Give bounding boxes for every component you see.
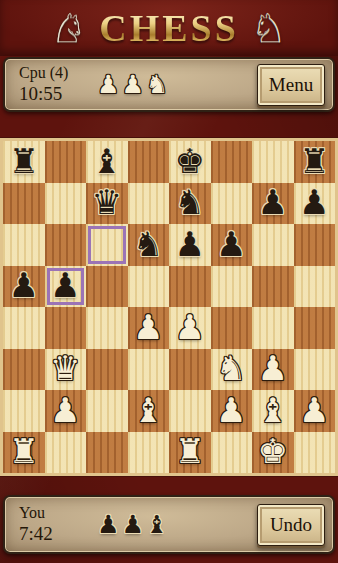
square-c4[interactable] [86,307,128,349]
square-g6[interactable] [252,224,294,266]
black-pawn: ♟ [50,268,80,302]
knight-logo-left-icon: ♘ [51,8,87,48]
square-d1[interactable] [128,432,170,474]
captured-black-pawn: ♟ [121,512,143,537]
white-pawn: ♟ [50,393,80,427]
square-e3[interactable] [169,349,211,391]
square-e6[interactable]: ♟ [169,224,211,266]
square-a3[interactable] [3,349,45,391]
square-e8[interactable]: ♚ [169,141,211,183]
square-g1[interactable]: ♚ [252,432,294,474]
square-h4[interactable] [294,307,336,349]
black-rook: ♜ [9,144,39,178]
knight-logo-right-icon: ♘ [251,8,287,48]
square-g4[interactable] [252,307,294,349]
square-e4[interactable]: ♟ [169,307,211,349]
you-captured-tray: ♟♟♝ [97,512,168,537]
square-a6[interactable] [3,224,45,266]
square-c7[interactable]: ♛ [86,183,128,225]
captured-white-knight: ♞ [146,72,168,97]
square-b7[interactable] [45,183,87,225]
white-knight: ♞ [216,351,246,385]
black-knight: ♞ [133,227,163,261]
square-f2[interactable]: ♟ [211,390,253,432]
you-player-bar: You 7:42 ♟♟♝ Undo [3,495,335,554]
black-pawn: ♟ [9,268,39,302]
square-g3[interactable]: ♟ [252,349,294,391]
square-b6[interactable] [45,224,87,266]
square-f7[interactable] [211,183,253,225]
square-f8[interactable] [211,141,253,183]
square-a4[interactable] [3,307,45,349]
square-b4[interactable] [45,307,87,349]
square-b3[interactable]: ♛ [45,349,87,391]
square-f4[interactable] [211,307,253,349]
square-f5[interactable] [211,266,253,308]
square-g8[interactable] [252,141,294,183]
white-bishop: ♝ [133,393,163,427]
black-pawn: ♟ [175,227,205,261]
square-h7[interactable]: ♟ [294,183,336,225]
square-d3[interactable] [128,349,170,391]
square-a2[interactable] [3,390,45,432]
square-c8[interactable]: ♝ [86,141,128,183]
captured-white-pawn: ♟ [121,72,143,97]
black-rook: ♜ [299,144,329,178]
square-h8[interactable]: ♜ [294,141,336,183]
square-h5[interactable] [294,266,336,308]
square-f3[interactable]: ♞ [211,349,253,391]
chess-board-grid: ♜♝♚♜♛♞♟♟♞♟♟♟♟♟♟♛♞♟♟♝♟♝♟♜♜♚ [3,141,335,473]
square-d4[interactable]: ♟ [128,307,170,349]
square-g5[interactable] [252,266,294,308]
square-d7[interactable] [128,183,170,225]
white-king: ♚ [258,434,288,468]
square-a1[interactable]: ♜ [3,432,45,474]
white-bishop: ♝ [258,393,288,427]
square-h2[interactable]: ♟ [294,390,336,432]
square-b1[interactable] [45,432,87,474]
square-d5[interactable] [128,266,170,308]
square-e1[interactable]: ♜ [169,432,211,474]
white-pawn: ♟ [258,351,288,385]
square-c6[interactable] [86,224,128,266]
chess-board: ♜♝♚♜♛♞♟♟♞♟♟♟♟♟♟♛♞♟♟♝♟♝♟♜♜♚ [0,138,338,476]
page-title: CHESS [99,9,239,47]
square-c1[interactable] [86,432,128,474]
chess-app: ♘ CHESS ♘ Cpu (4) 10:55 ♟♟♞ Menu ♜♝♚♜♛♞♟… [0,0,338,563]
square-a8[interactable]: ♜ [3,141,45,183]
cpu-clock: 10:55 [19,83,89,105]
square-d6[interactable]: ♞ [128,224,170,266]
square-c3[interactable] [86,349,128,391]
square-e5[interactable] [169,266,211,308]
black-bishop: ♝ [92,144,122,178]
captured-white-pawn: ♟ [97,72,119,97]
undo-button[interactable]: Undo [257,504,325,546]
square-a7[interactable] [3,183,45,225]
square-b5[interactable]: ♟ [45,266,87,308]
cpu-captured-tray: ♟♟♞ [97,72,168,97]
square-b2[interactable]: ♟ [45,390,87,432]
black-pawn: ♟ [299,185,329,219]
square-h3[interactable] [294,349,336,391]
square-b8[interactable] [45,141,87,183]
cpu-player-bar: Cpu (4) 10:55 ♟♟♞ Menu [3,57,335,112]
square-e2[interactable] [169,390,211,432]
cpu-name: Cpu (4) [19,64,89,82]
square-f1[interactable] [211,432,253,474]
square-a5[interactable]: ♟ [3,266,45,308]
cpu-info: Cpu (4) 10:55 [13,64,89,105]
black-pawn: ♟ [216,227,246,261]
white-pawn: ♟ [175,310,205,344]
white-pawn: ♟ [216,393,246,427]
captured-black-bishop: ♝ [146,512,168,537]
square-d8[interactable] [128,141,170,183]
square-g2[interactable]: ♝ [252,390,294,432]
black-pawn: ♟ [258,185,288,219]
square-c5[interactable] [86,266,128,308]
captured-black-pawn: ♟ [97,512,119,537]
you-clock: 7:42 [19,523,89,545]
white-queen: ♛ [50,351,80,385]
you-info: You 7:42 [13,504,89,545]
square-e7[interactable]: ♞ [169,183,211,225]
white-pawn: ♟ [133,310,163,344]
square-d2[interactable]: ♝ [128,390,170,432]
header: ♘ CHESS ♘ [0,0,338,56]
white-rook: ♜ [175,434,205,468]
square-c2[interactable] [86,390,128,432]
square-g7[interactable]: ♟ [252,183,294,225]
square-h6[interactable] [294,224,336,266]
menu-button[interactable]: Menu [257,64,325,106]
black-knight: ♞ [175,185,205,219]
you-name: You [19,504,89,522]
white-rook: ♜ [9,434,39,468]
square-h1[interactable] [294,432,336,474]
black-king: ♚ [175,144,205,178]
black-queen: ♛ [92,185,122,219]
white-pawn: ♟ [299,393,329,427]
square-f6[interactable]: ♟ [211,224,253,266]
